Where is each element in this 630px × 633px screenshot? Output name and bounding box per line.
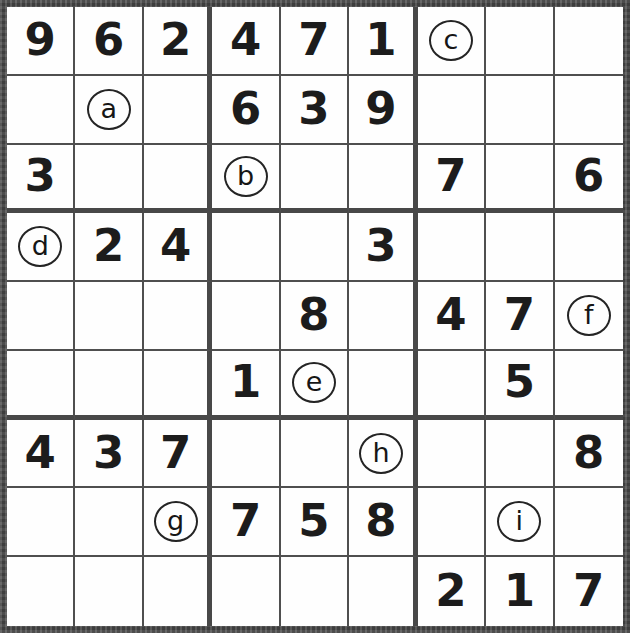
given-digit: 5	[298, 498, 329, 543]
cell-r5c2[interactable]	[75, 282, 143, 351]
cell-r1c9[interactable]	[555, 7, 623, 76]
given-digit: 1	[230, 359, 261, 404]
circled-label-e: e	[292, 362, 336, 403]
given-digit: 5	[504, 359, 535, 404]
given-digit: 2	[160, 17, 191, 62]
given-digit: 1	[365, 17, 396, 62]
given-digit: 6	[93, 17, 124, 62]
circled-label-i: i	[497, 501, 541, 542]
cell-r8c7[interactable]	[418, 488, 486, 557]
circled-label-letter: e	[306, 368, 323, 395]
cell-r1c8[interactable]	[486, 7, 554, 76]
sudoku-board-frame: 962471ca6393b76d243847f1e5437h8g758i217	[0, 0, 630, 633]
cell-r9c7[interactable]: 2	[418, 557, 486, 626]
cell-r1c3[interactable]: 2	[144, 7, 212, 76]
circled-label-d: d	[18, 226, 62, 267]
cell-r8c2[interactable]	[75, 488, 143, 557]
cell-r2c7[interactable]	[418, 76, 486, 145]
cell-r5c6[interactable]	[349, 282, 417, 351]
given-digit: 3	[365, 223, 396, 268]
cell-r4c8[interactable]	[486, 213, 554, 282]
cell-r7c7[interactable]	[418, 420, 486, 489]
cell-r7c9[interactable]: 8	[555, 420, 623, 489]
cell-r6c1[interactable]	[7, 351, 75, 420]
given-digit: 4	[160, 223, 191, 268]
given-digit: 4	[435, 292, 466, 337]
cell-r6c7[interactable]	[418, 351, 486, 420]
circled-label-letter: h	[372, 439, 389, 466]
cell-r8c6[interactable]: 8	[349, 488, 417, 557]
cell-r3c5[interactable]	[281, 145, 349, 214]
cell-r8c5[interactable]: 5	[281, 488, 349, 557]
cell-r8c4[interactable]: 7	[212, 488, 280, 557]
cell-r2c8[interactable]	[486, 76, 554, 145]
cell-r5c1[interactable]	[7, 282, 75, 351]
given-digit: 2	[93, 223, 124, 268]
sudoku-board: 962471ca6393b76d243847f1e5437h8g758i217	[7, 7, 623, 626]
cell-r9c5[interactable]	[281, 557, 349, 626]
circled-label-g: g	[154, 501, 198, 542]
circled-label-letter: f	[584, 301, 594, 328]
given-digit: 7	[160, 430, 191, 475]
cell-r9c6[interactable]	[349, 557, 417, 626]
circled-label-f: f	[567, 295, 611, 336]
circled-label-letter: c	[443, 26, 458, 53]
cell-r9c3[interactable]	[144, 557, 212, 626]
cell-r9c4[interactable]	[212, 557, 280, 626]
cell-r4c5[interactable]	[281, 213, 349, 282]
cell-r3c2[interactable]	[75, 145, 143, 214]
given-digit: 7	[230, 498, 261, 543]
given-digit: 6	[230, 86, 261, 131]
cell-r1c5[interactable]: 7	[281, 7, 349, 76]
cell-r5c8[interactable]: 7	[486, 282, 554, 351]
cell-r5c4[interactable]	[212, 282, 280, 351]
cell-r1c6[interactable]: 1	[349, 7, 417, 76]
cell-r2c9[interactable]	[555, 76, 623, 145]
cell-r9c8[interactable]: 1	[486, 557, 554, 626]
circled-label-h: h	[359, 433, 403, 474]
cell-r4c3[interactable]: 4	[144, 213, 212, 282]
circled-label-letter: d	[32, 232, 49, 259]
given-digit: 3	[93, 430, 124, 475]
circled-label-letter: a	[100, 95, 117, 122]
cell-r6c8[interactable]: 5	[486, 351, 554, 420]
cell-r6c6[interactable]	[349, 351, 417, 420]
given-digit: 4	[230, 17, 261, 62]
cell-r3c3[interactable]	[144, 145, 212, 214]
circled-label-b: b	[224, 156, 268, 197]
cell-r3c8[interactable]	[486, 145, 554, 214]
given-digit: 8	[573, 430, 604, 475]
given-digit: 7	[435, 153, 466, 198]
given-digit: 8	[365, 498, 396, 543]
cell-r8c8[interactable]: i	[486, 488, 554, 557]
circled-label-c: c	[429, 20, 473, 61]
given-digit: 3	[25, 153, 56, 198]
cell-r3c7[interactable]: 7	[418, 145, 486, 214]
cell-r6c3[interactable]	[144, 351, 212, 420]
cell-r4c4[interactable]	[212, 213, 280, 282]
given-digit: 1	[504, 568, 535, 613]
cell-r7c6[interactable]: h	[349, 420, 417, 489]
cell-r2c5[interactable]: 3	[281, 76, 349, 145]
cell-r4c9[interactable]	[555, 213, 623, 282]
cell-r1c2[interactable]: 6	[75, 7, 143, 76]
cell-r9c1[interactable]	[7, 557, 75, 626]
cell-r5c5[interactable]: 8	[281, 282, 349, 351]
cell-r3c4[interactable]: b	[212, 145, 280, 214]
given-digit: 7	[573, 568, 604, 613]
cell-r3c6[interactable]	[349, 145, 417, 214]
given-digit: 3	[298, 86, 329, 131]
cell-r6c9[interactable]	[555, 351, 623, 420]
cell-r4c2[interactable]: 2	[75, 213, 143, 282]
cell-r6c2[interactable]	[75, 351, 143, 420]
cell-r2c4[interactable]: 6	[212, 76, 280, 145]
cell-r2c2[interactable]: a	[75, 76, 143, 145]
cell-r6c4[interactable]: 1	[212, 351, 280, 420]
cell-r9c9[interactable]: 7	[555, 557, 623, 626]
cell-r2c3[interactable]	[144, 76, 212, 145]
cell-r5c3[interactable]	[144, 282, 212, 351]
cell-r2c1[interactable]	[7, 76, 75, 145]
cell-r7c1[interactable]: 4	[7, 420, 75, 489]
cell-r9c2[interactable]	[75, 557, 143, 626]
cell-r7c4[interactable]	[212, 420, 280, 489]
given-digit: 7	[504, 292, 535, 337]
cell-r7c8[interactable]	[486, 420, 554, 489]
given-digit: 9	[365, 86, 396, 131]
cell-r1c4[interactable]: 4	[212, 7, 280, 76]
cell-r3c1[interactable]: 3	[7, 145, 75, 214]
given-digit: 6	[573, 153, 604, 198]
cell-r3c9[interactable]: 6	[555, 145, 623, 214]
cell-r8c1[interactable]	[7, 488, 75, 557]
circled-label-letter: b	[237, 162, 254, 189]
given-digit: 4	[25, 430, 56, 475]
cell-r1c1[interactable]: 9	[7, 7, 75, 76]
cell-r5c7[interactable]: 4	[418, 282, 486, 351]
cell-r2c6[interactable]: 9	[349, 76, 417, 145]
cell-r8c3[interactable]: g	[144, 488, 212, 557]
cell-r4c7[interactable]	[418, 213, 486, 282]
cell-r1c7[interactable]: c	[418, 7, 486, 76]
given-digit: 7	[298, 17, 329, 62]
cell-r6c5[interactable]: e	[281, 351, 349, 420]
given-digit: 2	[435, 568, 466, 613]
cell-r4c6[interactable]: 3	[349, 213, 417, 282]
cell-r8c9[interactable]	[555, 488, 623, 557]
cell-r4c1[interactable]: d	[7, 213, 75, 282]
cell-r5c9[interactable]: f	[555, 282, 623, 351]
circled-label-letter: i	[516, 507, 524, 534]
circled-label-letter: g	[167, 507, 184, 534]
circled-label-a: a	[87, 89, 131, 130]
given-digit: 9	[25, 17, 56, 62]
cell-r7c5[interactable]	[281, 420, 349, 489]
cell-r7c2[interactable]: 3	[75, 420, 143, 489]
given-digit: 8	[298, 292, 329, 337]
cell-r7c3[interactable]: 7	[144, 420, 212, 489]
